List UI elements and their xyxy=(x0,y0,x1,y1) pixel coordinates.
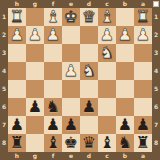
square-d1[interactable]: ♛ xyxy=(80,8,98,26)
square-b6[interactable] xyxy=(116,98,134,116)
square-e2[interactable] xyxy=(62,26,80,44)
square-d4[interactable]: ♞ xyxy=(80,62,98,80)
black-king-e8[interactable]: ♚ xyxy=(64,134,78,152)
square-a6[interactable] xyxy=(134,98,152,116)
square-d8[interactable]: ♛ xyxy=(80,134,98,152)
square-f7[interactable]: ♟ xyxy=(44,116,62,134)
square-a2[interactable]: ♟ xyxy=(134,26,152,44)
square-g5[interactable] xyxy=(26,80,44,98)
corner-bottom-left xyxy=(0,152,8,160)
square-d2[interactable] xyxy=(80,26,98,44)
file-label-c: c xyxy=(98,152,116,160)
square-e1[interactable]: ♚ xyxy=(62,8,80,26)
white-pawn-b2[interactable]: ♟ xyxy=(118,26,132,44)
square-f5[interactable] xyxy=(44,80,62,98)
black-queen-d8[interactable]: ♛ xyxy=(82,134,96,152)
file-label-a: a xyxy=(134,152,152,160)
square-f1[interactable]: ♝ xyxy=(44,8,62,26)
black-pawn-a7[interactable]: ♟ xyxy=(136,116,150,134)
file-label-d: d xyxy=(80,152,98,160)
square-f3[interactable] xyxy=(44,44,62,62)
square-f4[interactable] xyxy=(44,62,62,80)
square-g8[interactable] xyxy=(26,134,44,152)
file-label-b: b xyxy=(116,152,134,160)
rank-label-5: 5 xyxy=(152,80,160,98)
square-g2[interactable]: ♟ xyxy=(26,26,44,44)
rank-label-2: 2 xyxy=(0,26,8,44)
square-h7[interactable]: ♟ xyxy=(8,116,26,134)
square-d7[interactable] xyxy=(80,116,98,134)
square-f2[interactable]: ♟ xyxy=(44,26,62,44)
square-h1[interactable]: ♜ xyxy=(8,8,26,26)
square-g7[interactable] xyxy=(26,116,44,134)
white-pawn-c2[interactable]: ♟ xyxy=(100,26,114,44)
square-h2[interactable]: ♟ xyxy=(8,26,26,44)
black-pawn-d6[interactable]: ♟ xyxy=(82,98,96,116)
square-b4[interactable] xyxy=(116,62,134,80)
square-f6[interactable]: ♞ xyxy=(44,98,62,116)
file-label-e: e xyxy=(62,152,80,160)
square-a5[interactable] xyxy=(134,80,152,98)
square-e4[interactable]: ♟ xyxy=(62,62,80,80)
square-b5[interactable] xyxy=(116,80,134,98)
white-rook-a1[interactable]: ♜ xyxy=(136,8,150,26)
square-b3[interactable] xyxy=(116,44,134,62)
rank-label-2: 2 xyxy=(152,26,160,44)
square-e5[interactable] xyxy=(62,80,80,98)
white-pawn-e4[interactable]: ♟ xyxy=(64,62,78,80)
white-pawn-f2[interactable]: ♟ xyxy=(46,26,60,44)
square-h3[interactable] xyxy=(8,44,26,62)
black-knight-b8[interactable]: ♞ xyxy=(118,134,132,152)
black-rook-h8[interactable]: ♜ xyxy=(10,134,24,152)
square-g6[interactable]: ♟ xyxy=(26,98,44,116)
square-c7[interactable] xyxy=(98,116,116,134)
square-a7[interactable]: ♟ xyxy=(134,116,152,134)
rank-label-4: 4 xyxy=(0,62,8,80)
square-d5[interactable] xyxy=(80,80,98,98)
rank-label-3: 3 xyxy=(152,44,160,62)
rank-label-1: 1 xyxy=(152,8,160,26)
file-labels-top: hgfedcba xyxy=(8,0,152,8)
rank-label-1: 1 xyxy=(0,8,8,26)
square-c1[interactable]: ♝ xyxy=(98,8,116,26)
square-g1[interactable] xyxy=(26,8,44,26)
chess-board: hgfedcba 12345678 ♜♝♚♛♝♜♟♟♟♟♟♟♞♟♞♟♞♟♟♟♟♟… xyxy=(0,0,160,160)
black-pawn-g6[interactable]: ♟ xyxy=(28,98,42,116)
corner-top-right xyxy=(152,0,160,8)
white-king-e1[interactable]: ♚ xyxy=(64,8,78,26)
white-rook-h1[interactable]: ♜ xyxy=(10,8,24,26)
square-a3[interactable] xyxy=(134,44,152,62)
white-queen-d1[interactable]: ♛ xyxy=(82,8,96,26)
square-c3[interactable]: ♞ xyxy=(98,44,116,62)
square-g3[interactable] xyxy=(26,44,44,62)
file-label-h: h xyxy=(8,152,26,160)
square-h5[interactable] xyxy=(8,80,26,98)
rank-label-6: 6 xyxy=(152,98,160,116)
rank-label-6: 6 xyxy=(0,98,8,116)
corner-bottom-right xyxy=(152,152,160,160)
square-a4[interactable] xyxy=(134,62,152,80)
square-e8[interactable]: ♚ xyxy=(62,134,80,152)
square-h8[interactable]: ♜ xyxy=(8,134,26,152)
square-c2[interactable]: ♟ xyxy=(98,26,116,44)
square-e3[interactable] xyxy=(62,44,80,62)
square-b2[interactable]: ♟ xyxy=(116,26,134,44)
square-c4[interactable] xyxy=(98,62,116,80)
file-label-b: b xyxy=(116,0,134,8)
corner-top-left xyxy=(0,0,8,8)
square-b7[interactable]: ♟ xyxy=(116,116,134,134)
file-label-g: g xyxy=(26,152,44,160)
file-label-f: f xyxy=(44,152,62,160)
black-bishop-f8[interactable]: ♝ xyxy=(46,134,60,152)
square-a8[interactable]: ♜ xyxy=(134,134,152,152)
white-pawn-h2[interactable]: ♟ xyxy=(10,26,24,44)
square-b8[interactable]: ♞ xyxy=(116,134,134,152)
square-d3[interactable] xyxy=(80,44,98,62)
white-pawn-a2[interactable]: ♟ xyxy=(136,26,150,44)
square-e6[interactable] xyxy=(62,98,80,116)
square-c6[interactable] xyxy=(98,98,116,116)
black-bishop-c8[interactable]: ♝ xyxy=(100,134,114,152)
square-d6[interactable]: ♟ xyxy=(80,98,98,116)
file-label-g: g xyxy=(26,0,44,8)
white-bishop-c1[interactable]: ♝ xyxy=(100,8,114,26)
board-squares: ♜♝♚♛♝♜♟♟♟♟♟♟♞♟♞♟♞♟♟♟♟♟♟♜♝♚♛♝♞♜ xyxy=(8,8,152,152)
rank-label-5: 5 xyxy=(0,80,8,98)
rank-label-4: 4 xyxy=(152,62,160,80)
rank-labels-right: 12345678 xyxy=(152,8,160,152)
rank-label-8: 8 xyxy=(152,134,160,152)
black-pawn-b7[interactable]: ♟ xyxy=(118,116,132,134)
file-labels-bottom: hgfedcba xyxy=(8,152,152,160)
white-bishop-f1[interactable]: ♝ xyxy=(46,8,60,26)
black-pawn-f7[interactable]: ♟ xyxy=(46,116,60,134)
rank-label-7: 7 xyxy=(0,116,8,134)
square-h4[interactable] xyxy=(8,62,26,80)
black-pawn-h7[interactable]: ♟ xyxy=(10,116,24,134)
black-knight-f6[interactable]: ♞ xyxy=(46,98,60,116)
square-c8[interactable]: ♝ xyxy=(98,134,116,152)
square-f8[interactable]: ♝ xyxy=(44,134,62,152)
rank-label-3: 3 xyxy=(0,44,8,62)
rank-label-8: 8 xyxy=(0,134,8,152)
square-g4[interactable] xyxy=(26,62,44,80)
white-to-move-indicator-icon xyxy=(153,1,159,7)
rank-label-7: 7 xyxy=(152,116,160,134)
square-c5[interactable] xyxy=(98,80,116,98)
square-h6[interactable] xyxy=(8,98,26,116)
white-pawn-g2[interactable]: ♟ xyxy=(28,26,42,44)
black-rook-a8[interactable]: ♜ xyxy=(136,134,150,152)
white-knight-c3[interactable]: ♞ xyxy=(100,44,114,62)
rank-labels-left: 12345678 xyxy=(0,8,8,152)
white-knight-d4[interactable]: ♞ xyxy=(82,62,96,80)
square-b1[interactable] xyxy=(116,8,134,26)
black-pawn-e7[interactable]: ♟ xyxy=(64,116,78,134)
square-e7[interactable]: ♟ xyxy=(62,116,80,134)
square-a1[interactable]: ♜ xyxy=(134,8,152,26)
